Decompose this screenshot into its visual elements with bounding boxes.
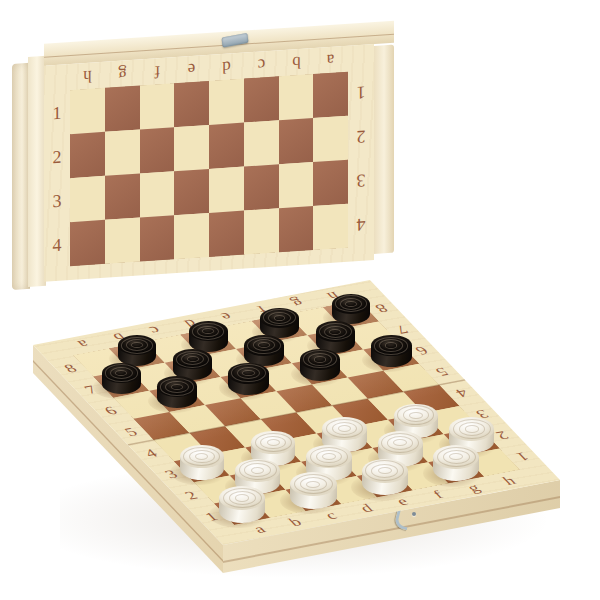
bg-square-h2	[70, 132, 105, 178]
rank-label-3: 3	[44, 178, 70, 224]
bg-square-c3	[244, 164, 279, 210]
file-label-a: a	[313, 46, 348, 74]
bg-square-g1	[105, 86, 140, 132]
rank-label-4: 4	[44, 222, 70, 268]
bg-square-c1	[244, 76, 279, 122]
bg-square-c4	[244, 208, 279, 254]
black-piece-f8[interactable]	[260, 308, 299, 338]
piece-ring	[385, 342, 397, 348]
file-label-h: h	[70, 62, 105, 90]
bg-square-f4	[140, 215, 175, 261]
piece-ring	[314, 356, 326, 362]
piece-top	[449, 417, 494, 441]
piece-top	[290, 472, 337, 496]
piece-ring	[409, 412, 422, 419]
bg-square-g3	[105, 174, 140, 220]
rank-label-2: 2	[348, 114, 374, 160]
piece-top	[235, 459, 280, 483]
rank-labels-right: 1234	[348, 70, 374, 248]
bg-square-a2	[313, 116, 348, 162]
piece-top	[378, 431, 423, 455]
piece-top	[180, 445, 224, 468]
file-label-e: e	[174, 55, 209, 83]
piece-ring	[345, 301, 357, 307]
bg-square-e3	[174, 169, 209, 215]
black-piece-a7[interactable]	[102, 363, 142, 394]
piece-top	[306, 445, 351, 469]
bg-square-e2	[174, 125, 209, 171]
piece-ring	[235, 494, 249, 501]
rank-label-3: 3	[348, 158, 374, 204]
piece-top	[322, 417, 366, 440]
rank-label-4: 4	[348, 202, 374, 248]
piece-ring	[251, 467, 265, 474]
file-label-c: c	[244, 50, 279, 78]
white-piece-g1[interactable]	[433, 445, 480, 482]
black-piece-f6[interactable]	[300, 349, 341, 381]
white-piece-a3[interactable]	[180, 445, 224, 480]
file-label-g: g	[105, 60, 140, 88]
black-piece-h6[interactable]	[371, 335, 412, 367]
bg-square-g2	[105, 130, 140, 176]
bg-square-g4	[105, 218, 140, 264]
piece-ring	[465, 425, 479, 432]
background-checkerboard	[70, 72, 348, 266]
rank-labels-left: 1234	[44, 90, 70, 268]
white-piece-e1[interactable]	[362, 459, 409, 496]
piece-top	[300, 349, 341, 370]
white-piece-a1[interactable]	[219, 486, 266, 523]
piece-ring	[267, 439, 280, 446]
piece-top	[362, 459, 409, 483]
file-label-f: f	[140, 57, 175, 85]
folded-board-box: hgfedcba 1234 1234	[12, 20, 396, 292]
bg-square-d1	[209, 79, 244, 125]
rank-label-2: 2	[44, 134, 70, 180]
background-board-face: hgfedcba 1234 1234	[44, 44, 374, 282]
bg-square-a3	[313, 160, 348, 206]
bg-square-f1	[140, 83, 175, 129]
black-piece-b6[interactable]	[157, 376, 198, 408]
black-piece-h8[interactable]	[332, 294, 371, 324]
piece-top	[228, 363, 269, 384]
piece-ring	[378, 467, 392, 474]
piece-top	[433, 445, 480, 469]
file-label-b: b	[279, 48, 314, 76]
bg-square-a4	[313, 204, 348, 250]
piece-top	[332, 294, 371, 314]
white-piece-c1[interactable]	[290, 472, 337, 509]
piece-top	[102, 363, 142, 384]
black-piece-d6[interactable]	[228, 363, 269, 395]
bg-square-h1	[70, 88, 105, 134]
bg-square-e1	[174, 81, 209, 127]
piece-ring	[195, 453, 208, 460]
bg-square-b1	[279, 74, 314, 120]
black-piece-d8[interactable]	[189, 321, 228, 351]
bg-square-h4	[70, 220, 105, 266]
bg-square-f3	[140, 171, 175, 217]
bg-square-b3	[279, 162, 314, 208]
bg-square-h3	[70, 176, 105, 222]
piece-top	[394, 404, 438, 427]
piece-top	[260, 308, 299, 328]
piece-ring	[322, 453, 336, 460]
piece-top	[244, 335, 284, 356]
rank-label-1: 1	[348, 70, 374, 116]
bg-square-f2	[140, 127, 175, 173]
piece-top	[316, 321, 356, 342]
file-label-d: d	[209, 53, 244, 81]
box-right-end	[374, 45, 394, 254]
bg-square-d2	[209, 123, 244, 169]
bg-square-d3	[209, 167, 244, 213]
clasp-screw-icon	[412, 512, 416, 516]
bg-square-e4	[174, 213, 209, 259]
bg-square-b4	[279, 206, 314, 252]
rank-label-1: 1	[44, 90, 70, 136]
piece-ring	[329, 329, 341, 335]
bg-square-a1	[313, 72, 348, 118]
black-piece-b8[interactable]	[118, 335, 157, 365]
bg-square-c2	[244, 120, 279, 166]
bg-square-b2	[279, 118, 314, 164]
piece-top	[371, 335, 412, 356]
metal-clasp-icon	[221, 33, 248, 48]
bg-square-d4	[209, 211, 244, 257]
piece-ring	[242, 370, 254, 376]
piece-ring	[274, 315, 286, 321]
wooden-checkers-set-photo: hgfedcba 1234 1234 abcdefgh abcdefgh 876…	[0, 0, 600, 600]
